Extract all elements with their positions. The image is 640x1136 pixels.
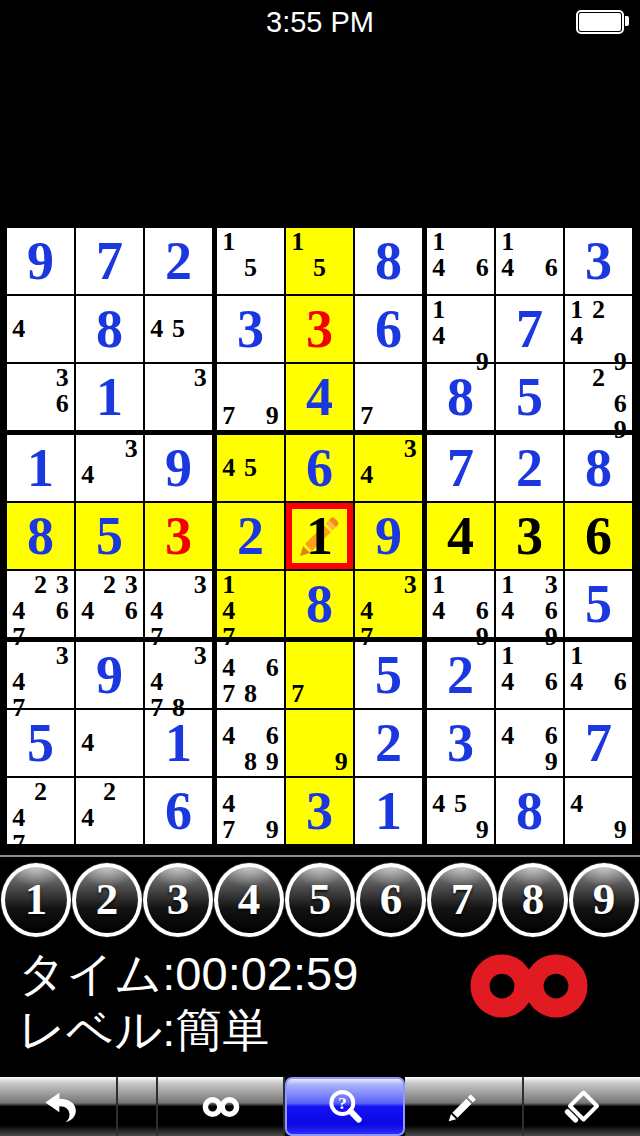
level-label: レベル:簡単 xyxy=(18,1004,269,1056)
pencil-mark-4: 4 xyxy=(218,455,240,481)
cell-r1c1[interactable]: 9 xyxy=(7,228,74,294)
pencil-mark-7: 7 xyxy=(218,817,240,843)
pencil-marks: 23467 xyxy=(8,572,73,636)
cell-r6c3[interactable]: 347 xyxy=(145,571,212,637)
pencil-mark-3: 3 xyxy=(51,643,73,669)
cell-r9c7[interactable]: 459 xyxy=(427,778,494,844)
cell-value: 7 xyxy=(565,710,632,776)
cell-r4c2[interactable]: 34 xyxy=(76,435,143,501)
cell-value: 8 xyxy=(496,778,563,844)
pencil-mark-9: 9 xyxy=(609,817,631,843)
app-screen: 3:55 PM 97248453613151583367947146146314… xyxy=(0,0,640,1136)
numpad-5-button[interactable]: 5 xyxy=(285,863,355,937)
cell-value: 6 xyxy=(286,435,353,501)
cell-r1c4[interactable]: 15 xyxy=(217,228,284,294)
battery-fill xyxy=(579,13,621,31)
cell-r4c8[interactable]: 2 xyxy=(496,435,563,501)
pencil-marks: 45 xyxy=(218,436,283,500)
cell-r5c8[interactable]: 3 xyxy=(496,503,563,569)
toolbar-spacer xyxy=(118,1077,158,1136)
cell-r6c8[interactable]: 13469 xyxy=(496,571,563,637)
pencil-marks: 49 xyxy=(566,779,631,843)
cell-r3c1[interactable]: 36 xyxy=(7,364,74,430)
numpad-label: 3 xyxy=(167,873,190,925)
pencil-mark-4: 4 xyxy=(77,730,99,756)
pencil-marks: 7 xyxy=(356,365,421,429)
cell-value: 1 xyxy=(286,503,353,569)
pencil-mark-7: 7 xyxy=(356,403,378,429)
pencil-marks: 269 xyxy=(566,365,631,429)
pencil-marks: 15 xyxy=(218,229,283,293)
pencil-mark-4: 4 xyxy=(8,669,30,695)
cell-r5c2[interactable]: 5 xyxy=(76,503,143,569)
cell-value: 7 xyxy=(496,296,563,362)
board-block-6: 7284361469134695 xyxy=(427,435,632,637)
cell-r3c8[interactable]: 5 xyxy=(496,364,563,430)
cell-value: 2 xyxy=(145,228,212,294)
pencil-mark-6: 6 xyxy=(609,669,631,695)
board-block-7: 34793478541247246 xyxy=(7,642,212,844)
pencil-mark-1: 1 xyxy=(566,297,588,323)
pencil-marks: 146 xyxy=(566,643,631,707)
infinity-icon xyxy=(470,950,588,1022)
cell-r4c7[interactable]: 7 xyxy=(427,435,494,501)
cell-value: 3 xyxy=(565,228,632,294)
cell-r5c4[interactable]: 2 xyxy=(217,503,284,569)
pencil-mark-4: 4 xyxy=(428,791,450,817)
pencil-marks: 79 xyxy=(218,365,283,429)
numpad-label: 5 xyxy=(309,873,332,925)
cell-value: 2 xyxy=(496,435,563,501)
cell-r1c6[interactable]: 8 xyxy=(355,228,422,294)
pencil-mark-9: 9 xyxy=(261,403,283,429)
pencil-mark-2: 2 xyxy=(588,297,610,323)
pencil-mark-3: 3 xyxy=(399,572,421,598)
cell-r9c8[interactable]: 8 xyxy=(496,778,563,844)
cell-value: 9 xyxy=(145,435,212,501)
pencil-marks: 3478 xyxy=(146,643,211,707)
cell-r9c3[interactable]: 6 xyxy=(145,778,212,844)
pencil-mark-4: 4 xyxy=(218,723,240,749)
pencil-mark-2: 2 xyxy=(30,779,52,805)
cell-value: 8 xyxy=(427,364,494,430)
numpad-label: 7 xyxy=(451,873,474,925)
pencil-mark-5: 5 xyxy=(240,455,262,481)
cell-r1c5[interactable]: 15 xyxy=(286,228,353,294)
cell-r7c4[interactable]: 4678 xyxy=(217,642,284,708)
pencil-mark-6: 6 xyxy=(540,723,562,749)
cell-value: 6 xyxy=(145,778,212,844)
board-block-8: 46787546899247931 xyxy=(217,642,422,844)
pencil-mark-4: 4 xyxy=(8,316,30,342)
pencil-mark-4: 4 xyxy=(497,255,519,281)
pencil-marks: 347 xyxy=(8,643,73,707)
svg-text:?: ? xyxy=(338,1093,347,1113)
cell-r7c2[interactable]: 9 xyxy=(76,642,143,708)
pencil-mark-3: 3 xyxy=(399,436,421,462)
cell-r2c8[interactable]: 7 xyxy=(496,296,563,362)
cell-value: 1 xyxy=(355,778,422,844)
cell-r2c6[interactable]: 6 xyxy=(355,296,422,362)
cell-value: 6 xyxy=(565,503,632,569)
infinity-button[interactable] xyxy=(158,1077,284,1136)
status-bar: 3:55 PM xyxy=(0,0,640,40)
cell-r1c2[interactable]: 7 xyxy=(76,228,143,294)
toolbar: ? xyxy=(0,1077,640,1136)
cell-r7c5[interactable]: 7 xyxy=(286,642,353,708)
status-time: 3:55 PM xyxy=(0,6,640,39)
pencil-mark-7: 7 xyxy=(287,681,309,707)
cell-value: 8 xyxy=(565,435,632,501)
board-block-2: 151583367947 xyxy=(217,228,422,430)
cell-r8c3[interactable]: 1 xyxy=(145,710,212,776)
cell-r6c6[interactable]: 347 xyxy=(355,571,422,637)
pencil-mark-1: 1 xyxy=(428,229,450,255)
cell-r2c5[interactable]: 3 xyxy=(286,296,353,362)
pencil-mark-6: 6 xyxy=(540,598,562,624)
pencil-mark-6: 6 xyxy=(120,598,142,624)
hint-button[interactable]: ? xyxy=(285,1077,405,1136)
pencil-marks: 1469 xyxy=(428,572,493,636)
cell-r3c2[interactable]: 1 xyxy=(76,364,143,430)
cell-r5c3[interactable]: 3 xyxy=(145,503,212,569)
pencil-marks: 347 xyxy=(356,572,421,636)
pencil-mark-4: 4 xyxy=(356,462,378,488)
cell-value: 5 xyxy=(7,710,74,776)
pencil-mark-6: 6 xyxy=(51,391,73,417)
pencil-mark-4: 4 xyxy=(566,669,588,695)
undo-icon xyxy=(38,1087,78,1127)
battery-icon xyxy=(576,10,624,34)
pencil-mark-1: 1 xyxy=(497,643,519,669)
cell-r8c5[interactable]: 9 xyxy=(286,710,353,776)
cell-r3c5[interactable]: 4 xyxy=(286,364,353,430)
cell-r6c2[interactable]: 2346 xyxy=(76,571,143,637)
pencil-mark-4: 4 xyxy=(497,669,519,695)
cell-r3c3[interactable]: 3 xyxy=(145,364,212,430)
pencil-mark-5: 5 xyxy=(168,316,190,342)
pencil-mark-1: 1 xyxy=(218,572,240,598)
pencil-mark-1: 1 xyxy=(497,572,519,598)
numpad-label: 6 xyxy=(380,873,403,925)
pencil-marks: 347 xyxy=(146,572,211,636)
cell-r8c1[interactable]: 5 xyxy=(7,710,74,776)
pencil-mark-1: 1 xyxy=(218,229,240,255)
pencil-mark-4: 4 xyxy=(428,323,450,349)
pencil-mark-3: 3 xyxy=(189,365,211,391)
cell-r6c7[interactable]: 1469 xyxy=(427,571,494,637)
cell-r8c6[interactable]: 2 xyxy=(355,710,422,776)
cell-r7c3[interactable]: 3478 xyxy=(145,642,212,708)
pencil-marks: 15 xyxy=(287,229,352,293)
pencil-marks: 13469 xyxy=(497,572,562,636)
cell-value: 4 xyxy=(427,503,494,569)
cell-r8c2[interactable]: 4 xyxy=(76,710,143,776)
pencil-mark-4: 4 xyxy=(356,598,378,624)
pencil-marks: 34 xyxy=(77,436,142,500)
cell-r2c7[interactable]: 149 xyxy=(427,296,494,362)
cell-r4c9[interactable]: 8 xyxy=(565,435,632,501)
pencil-mark-6: 6 xyxy=(51,598,73,624)
cell-value: 9 xyxy=(7,228,74,294)
pencil-marks: 45 xyxy=(146,297,211,361)
cell-r2c3[interactable]: 45 xyxy=(145,296,212,362)
cell-r5c6[interactable]: 9 xyxy=(355,503,422,569)
pencil-marks: 4678 xyxy=(218,643,283,707)
numpad-8-button[interactable]: 8 xyxy=(498,863,568,937)
pencil-mark-1: 1 xyxy=(428,572,450,598)
cell-r8c9[interactable]: 7 xyxy=(565,710,632,776)
cell-r7c9[interactable]: 146 xyxy=(565,642,632,708)
cell-value: 7 xyxy=(427,435,494,501)
cell-value: 1 xyxy=(145,710,212,776)
pencil-marks: 4 xyxy=(77,711,142,775)
cell-r9c4[interactable]: 479 xyxy=(217,778,284,844)
cell-value: 8 xyxy=(355,228,422,294)
cell-r6c5[interactable]: 8 xyxy=(286,571,353,637)
cell-r7c6[interactable]: 5 xyxy=(355,642,422,708)
pencil-mark-7: 7 xyxy=(218,681,240,707)
pencil-mark-4: 4 xyxy=(146,598,168,624)
cell-r5c9[interactable]: 6 xyxy=(565,503,632,569)
cell-r5c1[interactable]: 8 xyxy=(7,503,74,569)
cell-r9c6[interactable]: 1 xyxy=(355,778,422,844)
cell-r5c7[interactable]: 4 xyxy=(427,503,494,569)
pencil-mark-2: 2 xyxy=(99,779,121,805)
pencil-mark-4: 4 xyxy=(146,669,168,695)
pencil-mark-6: 6 xyxy=(471,598,493,624)
numpad-3-button[interactable]: 3 xyxy=(143,863,213,937)
pencil-mark-6: 6 xyxy=(540,255,562,281)
pencil-mark-4: 4 xyxy=(8,805,30,831)
cell-value: 5 xyxy=(565,571,632,637)
pencil-marks: 147 xyxy=(218,572,283,636)
cell-r8c7[interactable]: 3 xyxy=(427,710,494,776)
pencil-mark-1: 1 xyxy=(497,229,519,255)
pencil-mark-7: 7 xyxy=(218,403,240,429)
cell-value: 5 xyxy=(355,642,422,708)
numpad-label: 9 xyxy=(593,873,616,925)
pencil-mark-4: 4 xyxy=(497,723,519,749)
cell-value: 1 xyxy=(7,435,74,501)
cell-value: 8 xyxy=(76,296,143,362)
cell-r9c9[interactable]: 49 xyxy=(565,778,632,844)
infinity-icon xyxy=(197,1092,245,1122)
cell-value: 4 xyxy=(286,364,353,430)
cell-r7c8[interactable]: 146 xyxy=(496,642,563,708)
cell-r2c2[interactable]: 8 xyxy=(76,296,143,362)
cell-r9c5[interactable]: 3 xyxy=(286,778,353,844)
cell-value: 3 xyxy=(286,296,353,362)
pencil-mark-6: 6 xyxy=(261,723,283,749)
cell-value: 9 xyxy=(355,503,422,569)
pencil-mark-3: 3 xyxy=(120,436,142,462)
pencil-mark-4: 4 xyxy=(428,598,450,624)
pencil-marks: 459 xyxy=(428,779,493,843)
pencil-mark-3: 3 xyxy=(51,572,73,598)
pencil-mark-3: 3 xyxy=(120,572,142,598)
cell-r1c8[interactable]: 146 xyxy=(496,228,563,294)
cell-value: 2 xyxy=(217,503,284,569)
cell-r4c6[interactable]: 34 xyxy=(355,435,422,501)
numpad-4-button[interactable]: 4 xyxy=(214,863,284,937)
cell-r7c1[interactable]: 347 xyxy=(7,642,74,708)
undo-button[interactable] xyxy=(0,1077,118,1136)
cell-r8c8[interactable]: 469 xyxy=(496,710,563,776)
pencil-mark-4: 4 xyxy=(77,598,99,624)
cell-r8c4[interactable]: 4689 xyxy=(217,710,284,776)
pencil-marks: 24 xyxy=(77,779,142,843)
numpad-7-button[interactable]: 7 xyxy=(427,863,497,937)
pencil-mark-8: 8 xyxy=(240,749,262,775)
cell-value: 2 xyxy=(355,710,422,776)
cell-r4c5[interactable]: 6 xyxy=(286,435,353,501)
cell-r9c1[interactable]: 247 xyxy=(7,778,74,844)
pencil-mark-4: 4 xyxy=(77,805,99,831)
pencil-mark-9: 9 xyxy=(471,817,493,843)
cell-r1c7[interactable]: 146 xyxy=(427,228,494,294)
numpad-1-button[interactable]: 1 xyxy=(1,863,71,937)
pencil-button[interactable] xyxy=(405,1077,523,1136)
cell-value: 7 xyxy=(76,228,143,294)
pencil-mark-3: 3 xyxy=(51,365,73,391)
pencil-mark-3: 3 xyxy=(540,572,562,598)
cell-value: 8 xyxy=(7,503,74,569)
pencil-mark-3: 3 xyxy=(189,572,211,598)
cell-r2c4[interactable]: 3 xyxy=(217,296,284,362)
pencil-mark-3: 3 xyxy=(189,643,211,669)
pencil-mark-6: 6 xyxy=(471,255,493,281)
numpad-label: 8 xyxy=(522,873,545,925)
numpad-label: 2 xyxy=(96,873,119,925)
pencil-marks: 9 xyxy=(287,711,352,775)
pencil-marks: 149 xyxy=(428,297,493,361)
cell-r9c2[interactable]: 24 xyxy=(76,778,143,844)
pencil-mark-4: 4 xyxy=(218,655,240,681)
pencil-mark-9: 9 xyxy=(261,749,283,775)
cell-r6c1[interactable]: 23467 xyxy=(7,571,74,637)
pencil-marks: 146 xyxy=(497,643,562,707)
pencil-marks: 36 xyxy=(8,365,73,429)
cell-value: 3 xyxy=(427,710,494,776)
pencil-marks: 247 xyxy=(8,779,73,843)
pencil-mark-6: 6 xyxy=(540,669,562,695)
cell-r6c4[interactable]: 147 xyxy=(217,571,284,637)
cell-value: 8 xyxy=(286,571,353,637)
eraser-button[interactable] xyxy=(524,1077,640,1136)
cell-r2c1[interactable]: 4 xyxy=(7,296,74,362)
board-block-5: 456342191478347 xyxy=(217,435,422,637)
battery-nub xyxy=(625,16,629,26)
pencil-mark-1: 1 xyxy=(428,297,450,323)
pencil-mark-5: 5 xyxy=(450,791,472,817)
separator-line xyxy=(0,855,640,857)
cell-r5c5[interactable]: 1 xyxy=(286,503,353,569)
cell-r6c9[interactable]: 5 xyxy=(565,571,632,637)
cell-value: 3 xyxy=(217,296,284,362)
cell-value: 9 xyxy=(76,642,143,708)
pencil-mark-2: 2 xyxy=(588,365,610,391)
numpad-6-button[interactable]: 6 xyxy=(356,863,426,937)
cell-r3c9[interactable]: 269 xyxy=(565,364,632,430)
pencil-icon xyxy=(443,1087,483,1127)
pencil-mark-6: 6 xyxy=(261,655,283,681)
pencil-marks: 4 xyxy=(8,297,73,361)
pencil-mark-7: 7 xyxy=(8,831,30,857)
pencil-marks: 146 xyxy=(497,229,562,293)
cell-value: 3 xyxy=(145,503,212,569)
cell-r1c3[interactable]: 2 xyxy=(145,228,212,294)
pencil-marks: 146 xyxy=(428,229,493,293)
pencil-mark-4: 4 xyxy=(146,316,168,342)
cell-value: 1 xyxy=(76,364,143,430)
pencil-mark-4: 4 xyxy=(497,598,519,624)
cell-r2c9[interactable]: 1249 xyxy=(565,296,632,362)
cell-r3c4[interactable]: 79 xyxy=(217,364,284,430)
cell-r4c3[interactable]: 9 xyxy=(145,435,212,501)
cell-r4c1[interactable]: 1 xyxy=(7,435,74,501)
pencil-marks: 469 xyxy=(497,711,562,775)
pencil-marks: 34 xyxy=(356,436,421,500)
cell-r4c4[interactable]: 45 xyxy=(217,435,284,501)
cell-value: 3 xyxy=(496,503,563,569)
cell-value: 3 xyxy=(286,778,353,844)
board-block-3: 14614631497124985269 xyxy=(427,228,632,430)
pencil-mark-4: 4 xyxy=(218,598,240,624)
pencil-marks: 479 xyxy=(218,779,283,843)
cell-r7c7[interactable]: 2 xyxy=(427,642,494,708)
pencil-mark-1: 1 xyxy=(287,229,309,255)
pencil-mark-4: 4 xyxy=(8,598,30,624)
cell-value: 5 xyxy=(76,503,143,569)
board-block-1: 97248453613 xyxy=(7,228,212,430)
numpad-label: 1 xyxy=(25,873,48,925)
pencil-mark-4: 4 xyxy=(77,462,99,488)
cell-value: 5 xyxy=(496,364,563,430)
timer-label: タイム:00:02:59 xyxy=(18,948,358,1000)
pencil-marks: 7 xyxy=(287,643,352,707)
board-block-9: 214614634697459849 xyxy=(427,642,632,844)
pencil-mark-8: 8 xyxy=(240,681,262,707)
pencil-mark-9: 9 xyxy=(540,749,562,775)
pencil-mark-4: 4 xyxy=(566,791,588,817)
pencil-mark-5: 5 xyxy=(309,255,331,281)
numpad-2-button[interactable]: 2 xyxy=(72,863,142,937)
pencil-mark-4: 4 xyxy=(218,791,240,817)
number-pad: 123456789 xyxy=(0,860,640,940)
cell-r3c7[interactable]: 8 xyxy=(427,364,494,430)
pencil-marks: 3 xyxy=(146,365,211,429)
magnifier-question-icon: ? xyxy=(325,1087,365,1127)
pencil-marks: 2346 xyxy=(77,572,142,636)
cell-value: 2 xyxy=(427,642,494,708)
sudoku-board: 9724845361315158336794714614631497124985… xyxy=(2,223,637,849)
pencil-mark-9: 9 xyxy=(330,749,352,775)
board-block-4: 1349853234672346347 xyxy=(7,435,212,637)
eraser-icon xyxy=(562,1087,602,1127)
pencil-mark-2: 2 xyxy=(30,572,52,598)
cell-value: 6 xyxy=(355,296,422,362)
numpad-9-button[interactable]: 9 xyxy=(569,863,639,937)
pencil-mark-9: 9 xyxy=(261,817,283,843)
cell-r1c9[interactable]: 3 xyxy=(565,228,632,294)
pencil-mark-2: 2 xyxy=(99,572,121,598)
pencil-mark-6: 6 xyxy=(609,391,631,417)
numpad-label: 4 xyxy=(238,873,261,925)
pencil-mark-1: 1 xyxy=(566,643,588,669)
pencil-marks: 1249 xyxy=(566,297,631,361)
cell-r3c6[interactable]: 7 xyxy=(355,364,422,430)
